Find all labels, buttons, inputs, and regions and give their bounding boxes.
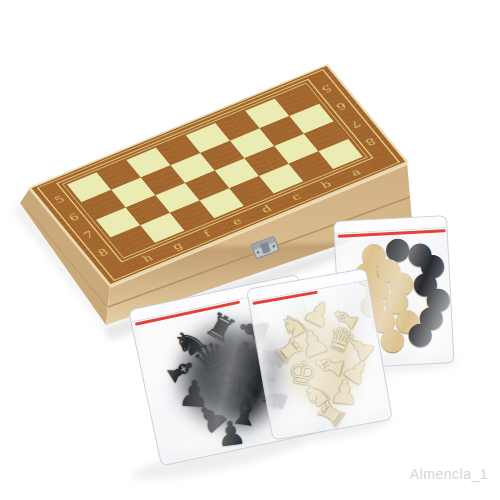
dark-checker-disc-glyph: ● [406, 317, 434, 348]
black-chess-piece-glyph: ♟ [214, 415, 247, 451]
light-checker-disc-glyph: ● [378, 323, 406, 354]
bag-white-chess-pieces: ♞♟♝♜♟♛♟♚♝♟♞♟♜ [246, 268, 393, 441]
watermark: Almencla_1 [410, 466, 488, 482]
product-photo-scene: hgfedcba56785678 ●●●●●●●●●●●●●●●●● ♞♜♟♝♛… [0, 0, 500, 500]
